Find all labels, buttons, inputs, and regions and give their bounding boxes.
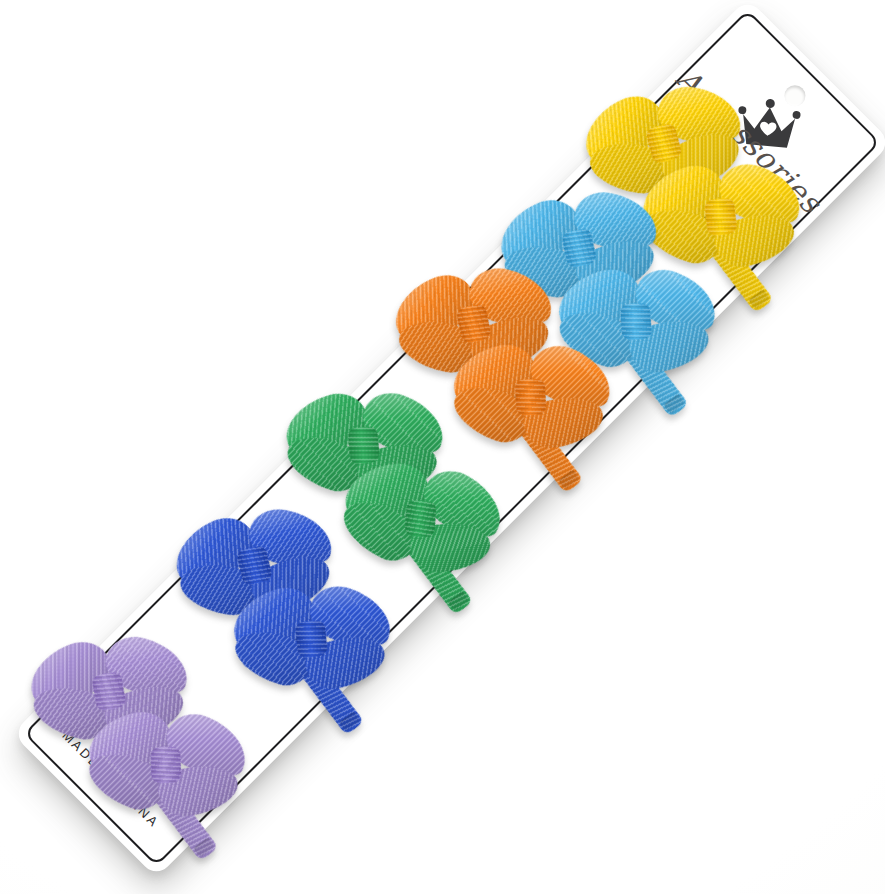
ribbon-bow	[337, 458, 504, 583]
bow-knot	[620, 302, 652, 340]
bow-knot	[515, 378, 547, 416]
backing-card: Accessories MADE IN CHINA	[12, 0, 885, 878]
ribbon-bow	[235, 590, 388, 691]
ribbon-bow	[452, 345, 610, 454]
bow-pairs-container	[12, 0, 885, 878]
ribbon-bow	[644, 168, 797, 269]
bow-knot	[295, 619, 329, 658]
bow-knot	[404, 500, 436, 538]
product-photo: Accessories MADE IN CHINA	[0, 0, 885, 894]
bow-knot	[150, 746, 181, 783]
bow-knot	[704, 197, 738, 236]
ribbon-bow	[86, 711, 245, 822]
